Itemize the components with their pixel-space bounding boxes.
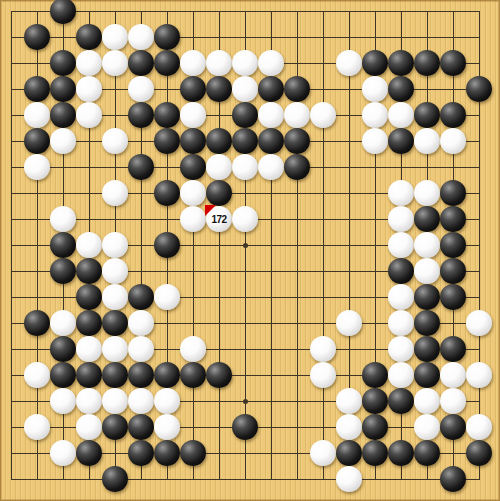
black-stone xyxy=(362,362,388,388)
white-stone xyxy=(102,336,128,362)
white-stone xyxy=(102,388,128,414)
white-stone xyxy=(336,310,362,336)
black-stone xyxy=(284,76,310,102)
black-stone xyxy=(128,102,154,128)
black-stone xyxy=(128,414,154,440)
black-stone xyxy=(180,362,206,388)
black-stone xyxy=(154,128,180,154)
black-stone xyxy=(258,128,284,154)
white-stone xyxy=(102,128,128,154)
black-stone xyxy=(24,128,50,154)
black-stone xyxy=(206,362,232,388)
black-stone xyxy=(414,50,440,76)
white-stone xyxy=(232,154,258,180)
star-point xyxy=(243,399,248,404)
white-stone xyxy=(414,414,440,440)
black-stone xyxy=(440,102,466,128)
black-stone xyxy=(388,258,414,284)
white-stone xyxy=(388,284,414,310)
black-stone xyxy=(284,154,310,180)
white-stone xyxy=(414,388,440,414)
white-stone xyxy=(24,414,50,440)
black-stone xyxy=(206,128,232,154)
black-stone xyxy=(180,154,206,180)
black-stone xyxy=(284,128,310,154)
black-stone xyxy=(414,310,440,336)
white-stone xyxy=(362,128,388,154)
white-stone xyxy=(180,206,206,232)
white-stone xyxy=(258,102,284,128)
white-stone xyxy=(180,50,206,76)
black-stone xyxy=(76,284,102,310)
white-stone xyxy=(336,466,362,492)
white-stone xyxy=(154,414,180,440)
white-stone xyxy=(466,414,492,440)
white-stone xyxy=(76,50,102,76)
black-stone xyxy=(440,50,466,76)
white-stone xyxy=(24,362,50,388)
black-stone xyxy=(102,466,128,492)
white-stone xyxy=(388,232,414,258)
black-stone xyxy=(388,76,414,102)
white-stone xyxy=(50,206,76,232)
black-stone xyxy=(180,128,206,154)
white-stone xyxy=(388,310,414,336)
black-stone xyxy=(76,310,102,336)
white-stone xyxy=(180,336,206,362)
black-stone xyxy=(154,24,180,50)
black-stone xyxy=(336,440,362,466)
black-stone xyxy=(24,310,50,336)
black-stone xyxy=(440,180,466,206)
black-stone xyxy=(414,440,440,466)
black-stone xyxy=(388,440,414,466)
white-stone xyxy=(102,232,128,258)
white-stone xyxy=(310,362,336,388)
white-stone xyxy=(24,102,50,128)
black-stone xyxy=(102,414,128,440)
black-stone xyxy=(258,76,284,102)
black-stone xyxy=(414,336,440,362)
black-stone xyxy=(206,180,232,206)
white-stone xyxy=(76,232,102,258)
black-stone xyxy=(440,336,466,362)
black-stone xyxy=(362,440,388,466)
black-stone xyxy=(232,414,258,440)
white-stone xyxy=(128,76,154,102)
white-stone xyxy=(206,50,232,76)
black-stone xyxy=(50,76,76,102)
white-stone xyxy=(232,76,258,102)
white-stone xyxy=(258,50,284,76)
white-stone: 172 xyxy=(206,206,232,232)
white-stone xyxy=(76,76,102,102)
black-stone xyxy=(102,362,128,388)
white-stone xyxy=(310,336,336,362)
white-stone xyxy=(232,50,258,76)
black-stone xyxy=(388,128,414,154)
white-stone xyxy=(102,24,128,50)
black-stone xyxy=(50,258,76,284)
white-stone xyxy=(50,310,76,336)
white-stone xyxy=(362,102,388,128)
black-stone xyxy=(50,102,76,128)
black-stone xyxy=(440,232,466,258)
white-stone xyxy=(180,180,206,206)
white-stone xyxy=(440,362,466,388)
white-stone xyxy=(102,284,128,310)
go-board: 172 xyxy=(0,0,500,501)
black-stone xyxy=(76,362,102,388)
black-stone xyxy=(128,154,154,180)
black-stone xyxy=(440,414,466,440)
white-stone xyxy=(388,362,414,388)
white-stone xyxy=(24,154,50,180)
black-stone xyxy=(388,50,414,76)
white-stone xyxy=(50,128,76,154)
white-stone xyxy=(50,440,76,466)
black-stone xyxy=(232,102,258,128)
white-stone xyxy=(50,388,76,414)
black-stone xyxy=(466,76,492,102)
black-stone xyxy=(414,102,440,128)
white-stone xyxy=(440,128,466,154)
white-stone xyxy=(466,310,492,336)
white-stone xyxy=(102,180,128,206)
white-stone xyxy=(336,388,362,414)
white-stone xyxy=(180,102,206,128)
black-stone xyxy=(440,284,466,310)
white-stone xyxy=(154,388,180,414)
white-stone xyxy=(388,206,414,232)
black-stone xyxy=(362,388,388,414)
black-stone xyxy=(440,466,466,492)
black-stone xyxy=(102,310,128,336)
white-stone xyxy=(102,50,128,76)
white-stone xyxy=(206,154,232,180)
black-stone xyxy=(76,24,102,50)
black-stone xyxy=(154,362,180,388)
black-stone xyxy=(50,362,76,388)
black-stone xyxy=(154,232,180,258)
white-stone xyxy=(336,414,362,440)
white-stone xyxy=(440,388,466,414)
black-stone xyxy=(414,362,440,388)
white-stone xyxy=(128,388,154,414)
star-point xyxy=(243,243,248,248)
black-stone xyxy=(414,284,440,310)
black-stone xyxy=(414,206,440,232)
white-stone xyxy=(362,76,388,102)
black-stone xyxy=(50,232,76,258)
black-stone xyxy=(24,76,50,102)
white-stone xyxy=(284,102,310,128)
black-stone xyxy=(362,50,388,76)
white-stone xyxy=(76,414,102,440)
white-stone xyxy=(414,258,440,284)
black-stone xyxy=(180,76,206,102)
black-stone xyxy=(154,50,180,76)
black-stone xyxy=(180,440,206,466)
black-stone xyxy=(362,414,388,440)
black-stone xyxy=(154,102,180,128)
black-stone xyxy=(154,180,180,206)
black-stone xyxy=(440,258,466,284)
white-stone xyxy=(232,206,258,232)
white-stone xyxy=(388,180,414,206)
white-stone xyxy=(128,24,154,50)
white-stone xyxy=(414,232,440,258)
white-stone xyxy=(414,128,440,154)
black-stone xyxy=(206,76,232,102)
black-stone xyxy=(76,440,102,466)
white-stone xyxy=(128,310,154,336)
move-number-label: 172 xyxy=(206,206,232,232)
white-stone xyxy=(76,336,102,362)
white-stone xyxy=(414,180,440,206)
black-stone xyxy=(50,50,76,76)
black-stone xyxy=(50,336,76,362)
white-stone xyxy=(102,258,128,284)
white-stone xyxy=(388,102,414,128)
black-stone xyxy=(24,24,50,50)
black-stone xyxy=(232,128,258,154)
white-stone xyxy=(76,102,102,128)
white-stone xyxy=(258,154,284,180)
black-stone xyxy=(154,440,180,466)
white-stone xyxy=(128,336,154,362)
white-stone xyxy=(466,362,492,388)
white-stone xyxy=(336,50,362,76)
white-stone xyxy=(388,336,414,362)
white-stone xyxy=(76,388,102,414)
black-stone xyxy=(440,206,466,232)
white-stone xyxy=(310,440,336,466)
white-stone xyxy=(154,284,180,310)
black-stone xyxy=(76,258,102,284)
black-stone xyxy=(128,284,154,310)
black-stone xyxy=(128,50,154,76)
black-stone xyxy=(388,388,414,414)
black-stone xyxy=(466,440,492,466)
white-stone xyxy=(310,102,336,128)
black-stone xyxy=(128,362,154,388)
black-stone xyxy=(128,440,154,466)
